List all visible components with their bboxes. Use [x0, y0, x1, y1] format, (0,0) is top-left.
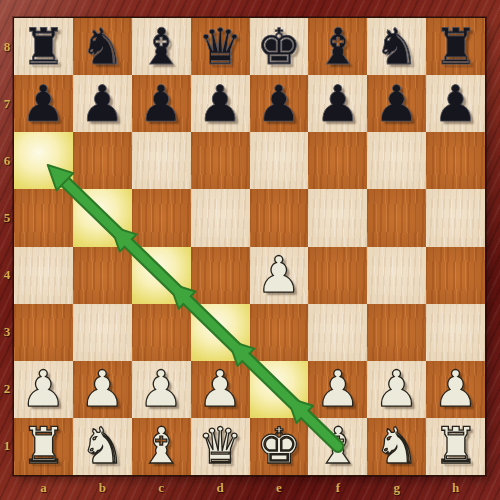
piece-white-pawn[interactable]: ♟	[14, 361, 73, 418]
square-e5[interactable]	[250, 189, 309, 246]
piece-black-pawn[interactable]: ♟	[367, 75, 426, 132]
square-f8[interactable]: ♝	[308, 18, 367, 75]
piece-black-queen[interactable]: ♛	[191, 18, 250, 75]
rank-label-5: 5	[0, 189, 14, 246]
square-h7[interactable]: ♟	[426, 75, 485, 132]
file-label-c: c	[132, 475, 191, 500]
rank-label-8: 8	[0, 18, 14, 75]
piece-black-rook[interactable]: ♜	[14, 18, 73, 75]
square-c1[interactable]: ♝	[132, 418, 191, 475]
square-g3[interactable]	[367, 304, 426, 361]
square-e7[interactable]: ♟	[250, 75, 309, 132]
rank-labels: 87654321	[0, 18, 14, 475]
rank-label-3: 3	[0, 304, 14, 361]
square-f3[interactable]	[308, 304, 367, 361]
square-a2[interactable]: ♟	[14, 361, 73, 418]
square-c6[interactable]	[132, 132, 191, 189]
piece-black-pawn[interactable]: ♟	[132, 75, 191, 132]
square-a6[interactable]	[14, 132, 73, 189]
piece-white-pawn[interactable]: ♟	[426, 361, 485, 418]
square-a4[interactable]	[14, 247, 73, 304]
piece-black-king[interactable]: ♚	[250, 18, 309, 75]
rank-label-4: 4	[0, 247, 14, 304]
square-f1[interactable]: ♝	[308, 418, 367, 475]
piece-white-pawn[interactable]: ♟	[191, 361, 250, 418]
square-a5[interactable]	[14, 189, 73, 246]
square-f2[interactable]: ♟	[308, 361, 367, 418]
square-h6[interactable]	[426, 132, 485, 189]
square-a8[interactable]: ♜	[14, 18, 73, 75]
square-c7[interactable]: ♟	[132, 75, 191, 132]
rank-label-7: 7	[0, 75, 14, 132]
square-b7[interactable]: ♟	[73, 75, 132, 132]
square-e6[interactable]	[250, 132, 309, 189]
square-c2[interactable]: ♟	[132, 361, 191, 418]
square-c8[interactable]: ♝	[132, 18, 191, 75]
square-h1[interactable]: ♜	[426, 418, 485, 475]
piece-black-pawn[interactable]: ♟	[73, 75, 132, 132]
piece-white-pawn[interactable]: ♟	[250, 247, 309, 304]
square-g4[interactable]	[367, 247, 426, 304]
square-g8[interactable]: ♞	[367, 18, 426, 75]
square-d3[interactable]	[191, 304, 250, 361]
file-label-e: e	[250, 475, 309, 500]
rank-label-6: 6	[0, 132, 14, 189]
square-b3[interactable]	[73, 304, 132, 361]
square-d4[interactable]	[191, 247, 250, 304]
square-f7[interactable]: ♟	[308, 75, 367, 132]
square-f6[interactable]	[308, 132, 367, 189]
file-label-h: h	[426, 475, 485, 500]
piece-white-pawn[interactable]: ♟	[73, 361, 132, 418]
piece-black-pawn[interactable]: ♟	[14, 75, 73, 132]
file-label-g: g	[367, 475, 426, 500]
square-g7[interactable]: ♟	[367, 75, 426, 132]
square-a3[interactable]	[14, 304, 73, 361]
piece-black-pawn[interactable]: ♟	[426, 75, 485, 132]
piece-white-knight[interactable]: ♞	[367, 418, 426, 475]
square-g5[interactable]	[367, 189, 426, 246]
square-c5[interactable]	[132, 189, 191, 246]
square-d2[interactable]: ♟	[191, 361, 250, 418]
square-e1[interactable]: ♚	[250, 418, 309, 475]
rank-label-2: 2	[0, 361, 14, 418]
square-c4[interactable]	[132, 247, 191, 304]
square-a1[interactable]: ♜	[14, 418, 73, 475]
file-label-a: a	[14, 475, 73, 500]
piece-white-rook[interactable]: ♜	[426, 418, 485, 475]
file-label-f: f	[308, 475, 367, 500]
square-e8[interactable]: ♚	[250, 18, 309, 75]
square-e4[interactable]: ♟	[250, 247, 309, 304]
square-b5[interactable]	[73, 189, 132, 246]
square-b6[interactable]	[73, 132, 132, 189]
piece-black-pawn[interactable]: ♟	[191, 75, 250, 132]
square-f5[interactable]	[308, 189, 367, 246]
square-h4[interactable]	[426, 247, 485, 304]
piece-white-king[interactable]: ♚	[250, 418, 309, 475]
piece-white-rook[interactable]: ♜	[14, 418, 73, 475]
piece-white-bishop[interactable]: ♝	[308, 418, 367, 475]
piece-white-knight[interactable]: ♞	[73, 418, 132, 475]
square-e2[interactable]	[250, 361, 309, 418]
piece-white-pawn[interactable]: ♟	[132, 361, 191, 418]
square-c3[interactable]	[132, 304, 191, 361]
square-b2[interactable]: ♟	[73, 361, 132, 418]
piece-black-knight[interactable]: ♞	[73, 18, 132, 75]
piece-black-pawn[interactable]: ♟	[308, 75, 367, 132]
square-b1[interactable]: ♞	[73, 418, 132, 475]
square-e3[interactable]	[250, 304, 309, 361]
piece-black-bishop[interactable]: ♝	[308, 18, 367, 75]
square-h2[interactable]: ♟	[426, 361, 485, 418]
square-g1[interactable]: ♞	[367, 418, 426, 475]
square-d7[interactable]: ♟	[191, 75, 250, 132]
square-b8[interactable]: ♞	[73, 18, 132, 75]
file-label-d: d	[191, 475, 250, 500]
square-a7[interactable]: ♟	[14, 75, 73, 132]
file-label-b: b	[73, 475, 132, 500]
square-d5[interactable]	[191, 189, 250, 246]
piece-black-knight[interactable]: ♞	[367, 18, 426, 75]
piece-white-bishop[interactable]: ♝	[132, 418, 191, 475]
square-f4[interactable]	[308, 247, 367, 304]
square-h3[interactable]	[426, 304, 485, 361]
square-d6[interactable]	[191, 132, 250, 189]
square-g2[interactable]: ♟	[367, 361, 426, 418]
piece-black-rook[interactable]: ♜	[426, 18, 485, 75]
piece-white-pawn[interactable]: ♟	[308, 361, 367, 418]
file-labels: abcdefgh	[14, 475, 485, 500]
square-d8[interactable]: ♛	[191, 18, 250, 75]
square-d1[interactable]: ♛	[191, 418, 250, 475]
rank-label-1: 1	[0, 418, 14, 475]
square-g6[interactable]	[367, 132, 426, 189]
piece-black-pawn[interactable]: ♟	[250, 75, 309, 132]
chess-board: ♜♞♝♛♚♝♞♜♟♟♟♟♟♟♟♟♟♟♟♟♟♟♟♟♜♞♝♛♚♝♞♜	[14, 18, 485, 475]
piece-white-pawn[interactable]: ♟	[367, 361, 426, 418]
piece-black-bishop[interactable]: ♝	[132, 18, 191, 75]
square-h8[interactable]: ♜	[426, 18, 485, 75]
square-h5[interactable]	[426, 189, 485, 246]
square-b4[interactable]	[73, 247, 132, 304]
piece-white-queen[interactable]: ♛	[191, 418, 250, 475]
